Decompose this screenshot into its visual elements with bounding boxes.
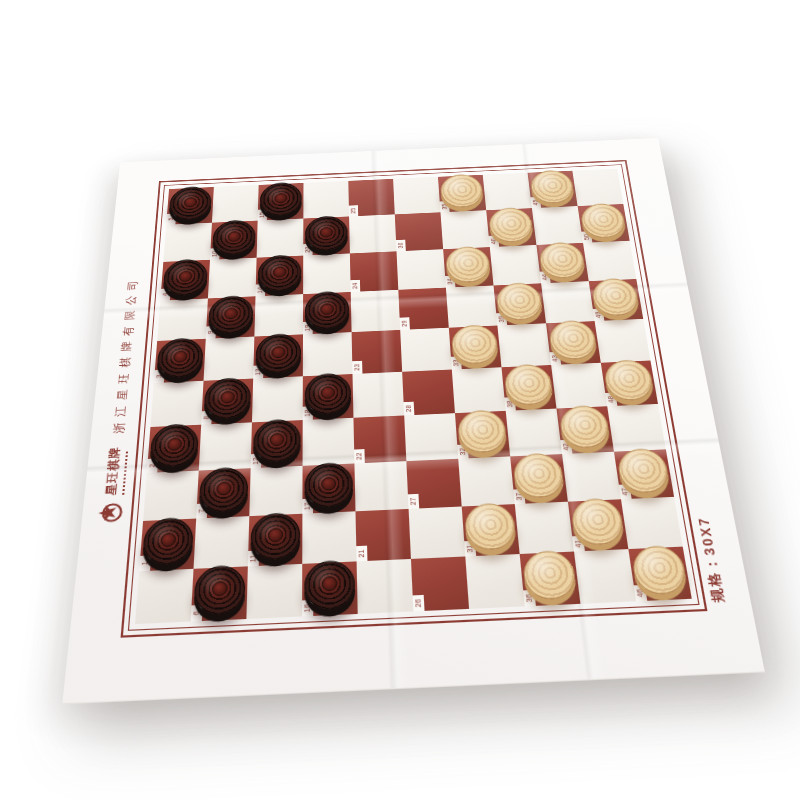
square-dark[interactable]: 10: [210, 221, 258, 260]
black-piece[interactable]: [199, 467, 249, 513]
square-light[interactable]: [303, 253, 351, 294]
square-light[interactable]: [490, 245, 541, 286]
square-light[interactable]: [458, 456, 515, 506]
square-light[interactable]: [397, 249, 446, 290]
board-grid: 5152535451020304050414243444919293949313…: [135, 169, 692, 624]
square-number-label: 29: [400, 317, 410, 330]
square-dark[interactable]: 35: [438, 175, 486, 213]
square-dark[interactable]: 25: [348, 179, 394, 217]
square-dark[interactable]: 29: [398, 288, 448, 330]
square-light[interactable]: [157, 298, 208, 341]
square-light[interactable]: [349, 214, 396, 253]
square-light[interactable]: [303, 181, 349, 219]
black-piece[interactable]: [305, 462, 354, 508]
square-dark[interactable]: 2: [147, 425, 201, 473]
square-number-label: 24: [350, 280, 360, 292]
company-name-text: 浙江星玨棋牌有限公司: [110, 275, 141, 434]
square-light[interactable]: [497, 323, 551, 367]
square-light[interactable]: [400, 328, 452, 372]
square-dark[interactable]: 16: [302, 561, 358, 616]
square-number-label: 30: [396, 240, 406, 252]
square-light[interactable]: [595, 319, 651, 363]
square-light[interactable]: [252, 376, 303, 422]
square-dark[interactable]: 6: [191, 566, 248, 621]
square-light[interactable]: [163, 223, 212, 262]
square-light[interactable]: [354, 461, 408, 511]
board-border: 5152535451020304050414243444919293949313…: [121, 160, 708, 638]
square-number-label: 26: [413, 595, 425, 612]
square-dark[interactable]: 46: [628, 547, 691, 602]
square-dark[interactable]: 31: [462, 504, 520, 556]
square-dark[interactable]: 11: [248, 514, 303, 567]
square-light[interactable]: [257, 219, 304, 258]
square-dark[interactable]: 50: [578, 204, 630, 243]
square-light[interactable]: [607, 404, 666, 452]
black-piece[interactable]: [168, 186, 212, 221]
black-piece[interactable]: [304, 560, 355, 610]
square-light[interactable]: [357, 559, 414, 614]
black-piece[interactable]: [253, 419, 301, 463]
brand-logo-text: 星玨棋牌: [102, 446, 124, 496]
square-light[interactable]: [583, 241, 636, 281]
black-piece[interactable]: [260, 182, 302, 217]
square-dark[interactable]: 36: [520, 552, 581, 607]
black-piece[interactable]: [156, 337, 204, 378]
square-dark[interactable]: 3: [154, 339, 206, 383]
square-dark[interactable]: 7: [196, 468, 250, 518]
square-light[interactable]: [246, 564, 302, 619]
square-dark[interactable]: 14: [256, 256, 304, 297]
square-number-label: 23: [352, 361, 362, 374]
square-light[interactable]: [409, 506, 466, 558]
square-light[interactable]: [515, 502, 574, 554]
square-dark[interactable]: 48: [601, 360, 658, 406]
square-light[interactable]: [541, 281, 595, 323]
square-light[interactable]: [351, 290, 400, 332]
square-light[interactable]: [440, 210, 489, 249]
square-light[interactable]: [150, 381, 203, 427]
square-light[interactable]: [621, 497, 683, 549]
square-light[interactable]: [506, 409, 562, 457]
square-dark[interactable]: 20: [303, 216, 350, 255]
square-dark[interactable]: 18: [303, 374, 354, 420]
black-piece[interactable]: [142, 517, 194, 565]
square-light[interactable]: [194, 516, 250, 569]
square-dark[interactable]: 26: [411, 556, 469, 611]
black-piece[interactable]: [163, 259, 209, 296]
square-dark[interactable]: 42: [556, 406, 613, 454]
square-light[interactable]: [135, 569, 193, 624]
square-light[interactable]: [465, 554, 524, 609]
square-dark[interactable]: 41: [568, 499, 628, 551]
square-dark[interactable]: 44: [536, 243, 588, 283]
square-dark[interactable]: 8: [201, 379, 253, 425]
square-dark[interactable]: 32: [455, 411, 510, 459]
square-dark[interactable]: 12: [251, 420, 303, 468]
square-dark[interactable]: 5: [166, 187, 214, 225]
square-dark[interactable]: 28: [402, 370, 455, 416]
square-light[interactable]: [143, 471, 199, 521]
square-number-label: 21: [356, 546, 367, 562]
square-dark[interactable]: 47: [614, 449, 674, 499]
square-light[interactable]: [353, 372, 405, 418]
square-light[interactable]: [302, 511, 356, 564]
square-dark[interactable]: 33: [449, 325, 502, 369]
black-piece[interactable]: [250, 512, 300, 560]
black-piece[interactable]: [305, 291, 350, 330]
square-number-label: 22: [354, 449, 365, 463]
square-light[interactable]: [212, 185, 259, 223]
square-number-label: 27: [408, 494, 419, 509]
black-piece[interactable]: [255, 333, 301, 374]
square-light[interactable]: [204, 337, 255, 381]
square-dark[interactable]: 38: [501, 365, 556, 411]
square-light[interactable]: [249, 466, 302, 516]
square-light[interactable]: [446, 285, 497, 327]
square-light[interactable]: [254, 294, 303, 336]
black-piece[interactable]: [258, 254, 302, 291]
square-light[interactable]: [303, 418, 355, 466]
brand-logo-icon: [96, 499, 126, 526]
square-light[interactable]: [393, 177, 440, 215]
product-photo-canvas: 星玨棋牌 浙江星玨棋牌有限公司 规格：30X7 5152535451020304…: [0, 0, 800, 800]
black-piece[interactable]: [305, 373, 352, 415]
square-dark[interactable]: 15: [258, 183, 304, 221]
square-dark[interactable]: 17: [302, 463, 355, 513]
black-piece[interactable]: [305, 215, 348, 251]
square-dark[interactable]: 23: [352, 330, 403, 374]
square-light[interactable]: [303, 332, 353, 376]
square-light[interactable]: [532, 206, 583, 245]
black-piece[interactable]: [212, 219, 256, 255]
square-dark[interactable]: 40: [486, 208, 536, 247]
black-piece[interactable]: [149, 423, 199, 467]
square-light[interactable]: [562, 452, 621, 502]
square-light[interactable]: [574, 549, 636, 604]
brand-logo: 星玨棋牌: [96, 446, 131, 526]
square-dark[interactable]: 24: [350, 251, 398, 292]
black-piece[interactable]: [208, 295, 254, 334]
square-dark[interactable]: 9: [206, 296, 256, 338]
square-dark[interactable]: 4: [160, 260, 210, 301]
square-dark[interactable]: 19: [303, 292, 352, 334]
square-light[interactable]: [551, 363, 607, 409]
square-dark[interactable]: 49: [589, 279, 644, 321]
square-dark[interactable]: 1: [139, 519, 196, 572]
square-light[interactable]: [572, 169, 623, 206]
square-dark[interactable]: 45: [528, 171, 578, 208]
square-number-label: 28: [404, 402, 415, 416]
square-light[interactable]: [208, 258, 257, 299]
square-dark[interactable]: 21: [355, 509, 410, 562]
black-piece[interactable]: [203, 377, 251, 419]
board-sheet: 星玨棋牌 浙江星玨棋牌有限公司 规格：30X7 5152535451020304…: [62, 138, 765, 704]
square-light[interactable]: [452, 367, 506, 413]
square-dark[interactable]: 13: [253, 334, 303, 378]
black-piece[interactable]: [193, 565, 245, 616]
square-dark[interactable]: 27: [406, 459, 461, 509]
square-dark[interactable]: 43: [546, 321, 601, 365]
square-light[interactable]: [483, 173, 532, 210]
square-number-label: 25: [349, 205, 358, 216]
square-dark[interactable]: 39: [494, 283, 547, 325]
square-light[interactable]: [199, 422, 252, 470]
square-dark[interactable]: 22: [353, 415, 406, 463]
square-dark[interactable]: 37: [510, 454, 568, 504]
square-dark[interactable]: 30: [395, 212, 443, 251]
square-dark[interactable]: 34: [443, 247, 493, 288]
square-light[interactable]: [404, 413, 458, 461]
